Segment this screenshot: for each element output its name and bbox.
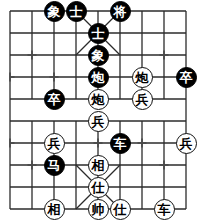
piece-red-soldier[interactable]: 兵	[176, 133, 197, 154]
piece-red-soldier[interactable]: 兵	[132, 89, 153, 110]
piece-black-horse[interactable]: 马	[44, 155, 65, 176]
piece-black-cannon[interactable]: 炮	[88, 67, 109, 88]
piece-red-cannon[interactable]: 炮	[88, 89, 109, 110]
piece-black-elephant[interactable]: 象	[88, 45, 109, 66]
piece-black-soldier[interactable]: 卒	[44, 89, 65, 110]
piece-red-elephant[interactable]: 相	[44, 199, 65, 220]
piece-red-advisor[interactable]: 仕	[88, 177, 109, 198]
piece-red-advisor[interactable]: 仕	[110, 199, 131, 220]
piece-black-elephant[interactable]: 象	[44, 1, 65, 22]
piece-red-general[interactable]: 帅	[88, 199, 109, 220]
piece-black-advisor[interactable]: 士	[66, 1, 87, 22]
xiangqi-board[interactable]: 象士将士象炮卒卒车马炮炮兵兵兵兵相仕相帅仕车	[0, 0, 198, 220]
piece-red-soldier[interactable]: 兵	[44, 133, 65, 154]
piece-red-cannon[interactable]: 炮	[132, 67, 153, 88]
piece-black-soldier[interactable]: 卒	[176, 67, 197, 88]
pieces-layer: 象士将士象炮卒卒车马炮炮兵兵兵兵相仕相帅仕车	[0, 0, 198, 220]
piece-red-chariot[interactable]: 车	[154, 199, 175, 220]
piece-red-elephant[interactable]: 相	[88, 155, 109, 176]
piece-red-soldier[interactable]: 兵	[88, 111, 109, 132]
piece-black-advisor[interactable]: 士	[88, 23, 109, 44]
piece-black-chariot[interactable]: 车	[110, 133, 131, 154]
piece-black-general[interactable]: 将	[110, 1, 131, 22]
